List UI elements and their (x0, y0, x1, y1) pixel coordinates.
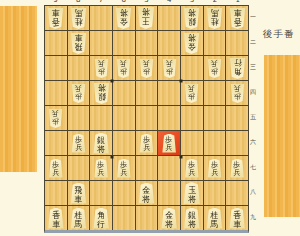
square-3a[interactable]: 銀将 (181, 6, 203, 30)
square-2b[interactable] (204, 31, 226, 55)
square-9b[interactable] (45, 31, 67, 55)
square-6c[interactable]: 歩兵 (113, 56, 135, 80)
square-2i[interactable]: 桂馬 (204, 206, 226, 230)
piece-stand-left (0, 6, 37, 172)
piece-gote-pawn-3d[interactable]: 歩兵 (184, 84, 199, 103)
square-1h[interactable] (226, 181, 248, 205)
rank-label-6: 六 (249, 130, 257, 155)
square-8b[interactable]: 飛車 (68, 31, 90, 55)
square-8a[interactable]: 桂馬 (68, 6, 90, 30)
square-7a[interactable] (90, 6, 112, 30)
shogi-board: 香車桂馬金将王将銀将桂馬香車飛車金将歩兵歩兵歩兵歩兵歩兵角行歩兵銀将歩兵歩兵歩兵… (44, 5, 249, 233)
square-9g[interactable]: 歩兵 (45, 156, 67, 180)
piece-gote-king-5a[interactable]: 王将 (137, 7, 155, 29)
hoshi-dot (111, 156, 114, 159)
square-6h[interactable] (113, 181, 135, 205)
square-9d[interactable] (45, 81, 67, 105)
piece-gote-pawn-2c[interactable]: 歩兵 (207, 59, 222, 78)
square-2a[interactable]: 桂馬 (204, 6, 226, 30)
piece-sente-knight-2i[interactable]: 桂馬 (206, 208, 223, 229)
rank-coordinate-labels: 一二三四五六七八九 (249, 5, 257, 230)
square-6e[interactable] (113, 106, 135, 130)
square-6f[interactable] (113, 131, 135, 155)
piece-sente-pawn-5f[interactable]: 歩兵 (139, 134, 154, 153)
square-1i[interactable]: 香車 (226, 206, 248, 230)
square-8f[interactable]: 歩兵 (68, 131, 90, 155)
square-4i[interactable]: 金将 (158, 206, 180, 230)
square-1e[interactable] (226, 106, 248, 130)
piece-sente-pawn-7g[interactable]: 歩兵 (94, 159, 109, 178)
piece-gote-silver-3a[interactable]: 銀将 (183, 8, 200, 29)
piece-gote-lance-9a[interactable]: 香車 (47, 8, 64, 29)
square-4a[interactable] (158, 6, 180, 30)
square-2d[interactable] (204, 81, 226, 105)
square-2f[interactable] (204, 131, 226, 155)
square-2c[interactable]: 歩兵 (204, 56, 226, 80)
square-4d[interactable] (158, 81, 180, 105)
square-3h[interactable]: 玉将 (181, 181, 203, 205)
square-1g[interactable]: 歩兵 (226, 156, 248, 180)
rank-label-5: 五 (249, 105, 257, 130)
rank-label-9: 九 (249, 205, 257, 230)
square-6a[interactable]: 金将 (113, 6, 135, 30)
square-6g[interactable]: 歩兵 (113, 156, 135, 180)
piece-gote-gold-6a[interactable]: 金将 (115, 8, 132, 29)
piece-gote-knight-2a[interactable]: 桂馬 (206, 8, 223, 29)
hoshi-dot (179, 80, 182, 83)
square-9c[interactable] (45, 56, 67, 80)
piece-gote-bishop-1c[interactable]: 角行 (229, 58, 246, 79)
piece-sente-pawn-6g[interactable]: 歩兵 (116, 159, 131, 178)
piece-gote-pawn-1d[interactable]: 歩兵 (230, 84, 245, 103)
square-8d[interactable]: 歩兵 (68, 81, 90, 105)
piece-gote-pawn-6c[interactable]: 歩兵 (116, 59, 131, 78)
square-5i[interactable] (136, 206, 158, 230)
square-4g[interactable] (158, 156, 180, 180)
square-4c[interactable]: 歩兵 (158, 56, 180, 80)
square-5b[interactable] (136, 31, 158, 55)
square-1f[interactable] (226, 131, 248, 155)
square-5a[interactable]: 王将 (136, 6, 158, 30)
square-8e[interactable] (68, 106, 90, 130)
square-1d[interactable]: 歩兵 (226, 81, 248, 105)
piece-sente-rook-8h[interactable]: 飛車 (70, 183, 87, 204)
square-8h[interactable]: 飛車 (68, 181, 90, 205)
square-9e[interactable]: 歩兵 (45, 106, 67, 130)
square-7f[interactable]: 銀将 (90, 131, 112, 155)
square-2e[interactable] (204, 106, 226, 130)
square-3d[interactable]: 歩兵 (181, 81, 203, 105)
square-3i[interactable]: 銀将 (181, 206, 203, 230)
square-8g[interactable] (68, 156, 90, 180)
hoshi-dot (111, 80, 114, 83)
turn-indicator-label: 後手番 (263, 28, 295, 41)
square-9i[interactable]: 香車 (45, 206, 67, 230)
piece-sente-pawn-3g[interactable]: 歩兵 (184, 159, 199, 178)
piece-sente-lance-1i[interactable]: 香車 (229, 208, 246, 229)
piece-gote-gold-3b[interactable]: 金将 (183, 33, 200, 54)
shogi-app: { "game": "shogi", "status": { "turn_lab… (0, 0, 300, 236)
square-3e[interactable] (181, 106, 203, 130)
square-2h[interactable] (204, 181, 226, 205)
piece-sente-gold-5h[interactable]: 金将 (138, 183, 155, 204)
rank-label-4: 四 (249, 80, 257, 105)
piece-gote-knight-8a[interactable]: 桂馬 (70, 8, 87, 29)
square-8i[interactable]: 桂馬 (68, 206, 90, 230)
square-1a[interactable]: 香車 (226, 6, 248, 30)
piece-sente-pawn-4f[interactable]: 歩兵 (162, 134, 177, 153)
square-5h[interactable]: 金将 (136, 181, 158, 205)
board-area: 香車桂馬金将王将銀将桂馬香車飛車金将歩兵歩兵歩兵歩兵歩兵角行歩兵銀将歩兵歩兵歩兵… (44, 5, 249, 233)
square-5g[interactable] (136, 156, 158, 180)
rank-label-3: 三 (249, 55, 257, 80)
piece-stand-right (264, 55, 300, 217)
square-6d[interactable] (113, 81, 135, 105)
square-7i[interactable]: 角行 (90, 206, 112, 230)
square-1c[interactable]: 角行 (226, 56, 248, 80)
square-5d[interactable] (136, 81, 158, 105)
piece-sente-silver-7f[interactable]: 銀将 (93, 133, 110, 154)
piece-gote-pawn-7c[interactable]: 歩兵 (94, 59, 109, 78)
square-3c[interactable] (181, 56, 203, 80)
square-1b[interactable] (226, 31, 248, 55)
square-3b[interactable]: 金将 (181, 31, 203, 55)
piece-sente-pawn-9g[interactable]: 歩兵 (48, 159, 63, 178)
square-4e[interactable] (158, 106, 180, 130)
square-5f[interactable]: 歩兵 (136, 131, 158, 155)
square-3g[interactable]: 歩兵 (181, 156, 203, 180)
square-5c[interactable]: 歩兵 (136, 56, 158, 80)
square-6b[interactable] (113, 31, 135, 55)
square-9h[interactable] (45, 181, 67, 205)
square-4f[interactable]: 歩兵 (158, 131, 180, 155)
square-3f[interactable] (181, 131, 203, 155)
square-7d[interactable]: 銀将 (90, 81, 112, 105)
piece-sente-bishop-7i[interactable]: 角行 (93, 208, 110, 229)
piece-sente-knight-8i[interactable]: 桂馬 (70, 208, 87, 229)
piece-gote-silver-7d[interactable]: 銀将 (93, 83, 110, 104)
piece-gote-pawn-5c[interactable]: 歩兵 (139, 59, 154, 78)
rank-label-2: 二 (249, 30, 257, 55)
piece-sente-pawn-1g[interactable]: 歩兵 (230, 159, 245, 178)
square-4b[interactable] (158, 31, 180, 55)
piece-gote-rook-8b[interactable]: 飛車 (70, 33, 87, 54)
piece-sente-silver-3i[interactable]: 銀将 (183, 208, 200, 229)
square-7e[interactable] (90, 106, 112, 130)
square-7h[interactable] (90, 181, 112, 205)
piece-sente-gold-4i[interactable]: 金将 (161, 208, 178, 229)
piece-gote-pawn-4c[interactable]: 歩兵 (162, 59, 177, 78)
piece-gote-pawn-8d[interactable]: 歩兵 (71, 84, 86, 103)
rank-label-8: 八 (249, 180, 257, 205)
piece-gote-pawn-9e[interactable]: 歩兵 (48, 109, 63, 128)
square-6i[interactable] (113, 206, 135, 230)
square-2g[interactable]: 歩兵 (204, 156, 226, 180)
square-7g[interactable]: 歩兵 (90, 156, 112, 180)
square-4h[interactable] (158, 181, 180, 205)
rank-label-1: 一 (249, 5, 257, 30)
square-9a[interactable]: 香車 (45, 6, 67, 30)
hoshi-dot (179, 156, 182, 159)
piece-gote-lance-1a[interactable]: 香車 (229, 8, 246, 29)
rank-label-7: 七 (249, 155, 257, 180)
piece-sente-pawn-2g[interactable]: 歩兵 (207, 159, 222, 178)
square-5e[interactable] (136, 106, 158, 130)
square-7b[interactable] (90, 31, 112, 55)
piece-sente-lance-9i[interactable]: 香車 (47, 208, 64, 229)
piece-sente-king-3h[interactable]: 玉将 (183, 182, 201, 204)
square-9f[interactable] (45, 131, 67, 155)
piece-sente-pawn-8f[interactable]: 歩兵 (71, 134, 86, 153)
square-7c[interactable]: 歩兵 (90, 56, 112, 80)
square-8c[interactable] (68, 56, 90, 80)
